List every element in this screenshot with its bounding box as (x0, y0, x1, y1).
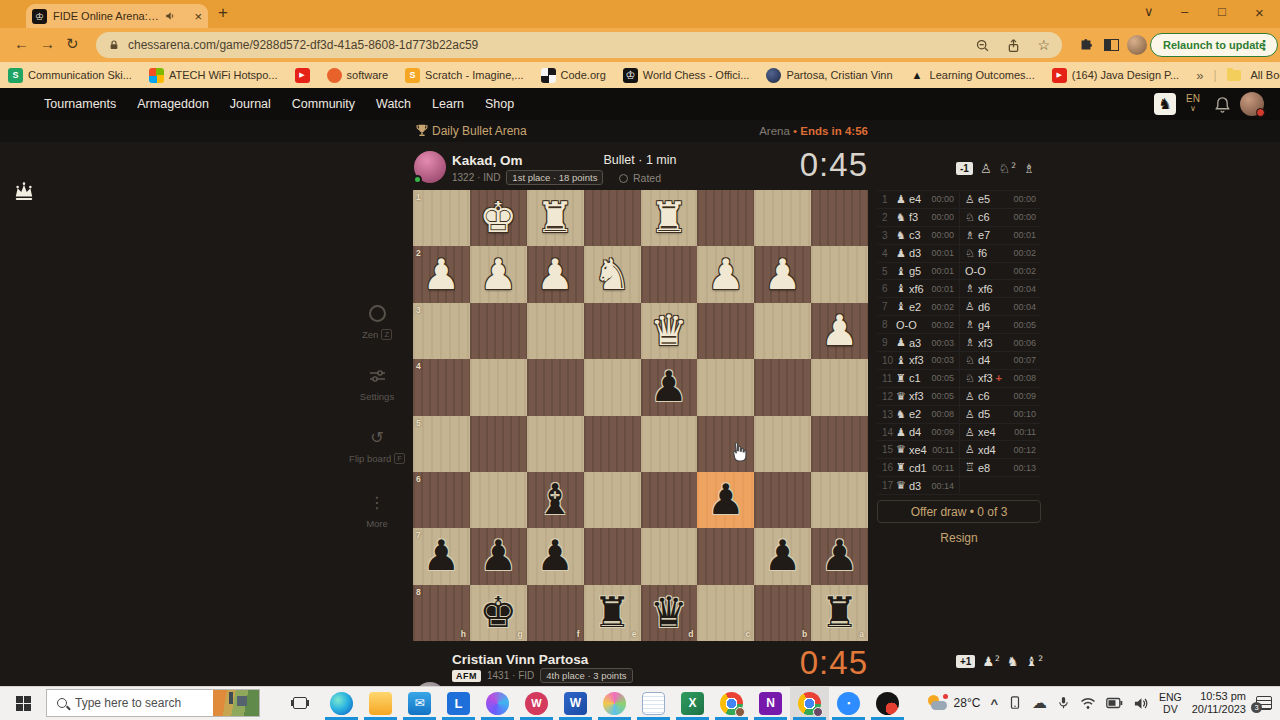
bookmarks-overflow-icon[interactable]: » (1196, 68, 1203, 83)
captured-piece-icon: ♘2 (999, 161, 1016, 176)
material-score-bottom: +1 (956, 655, 975, 668)
square-b3[interactable] (754, 303, 811, 359)
bookmark-2[interactable]: ATECH WiFi Hotspo... (149, 68, 278, 83)
square-d3[interactable]: ♛ (641, 303, 698, 359)
trophy-icon (415, 123, 429, 138)
move-number: 1 (882, 194, 893, 205)
move-black-16[interactable]: ♖e800:13 (959, 459, 1041, 476)
move-white-7[interactable]: 7♝e200:02 (877, 298, 959, 315)
square-d2[interactable] (641, 246, 698, 302)
move-white-9[interactable]: 9♟a300:03 (877, 334, 959, 351)
move-text: d5 (978, 408, 990, 420)
nav-item-journal[interactable]: Journal (230, 97, 271, 111)
piece-figurine-icon: ♟ (896, 247, 906, 260)
battery-icon[interactable] (1106, 697, 1123, 709)
resign-button[interactable]: Resign (877, 531, 1041, 545)
piece-bB-f6: ♝ (536, 479, 574, 521)
url-text: chessarena.com/game/9288d572-df3d-41a5-8… (128, 38, 478, 52)
tab-title: FIDE Online Arena: Kakad, O (53, 10, 159, 22)
taskbar-clock[interactable]: 10:53 pm20/11/2023 (1192, 690, 1246, 716)
square-e6[interactable] (584, 472, 641, 528)
square-a2[interactable] (811, 246, 868, 302)
move-text: xf3 (978, 372, 993, 384)
file-label: d (688, 629, 693, 639)
square-f5[interactable] (527, 416, 584, 472)
move-number: 4 (882, 248, 893, 259)
move-black-12[interactable]: ♙c600:09 (959, 388, 1041, 405)
square-d1[interactable]: ♜ (641, 190, 698, 246)
square-g5[interactable] (470, 416, 527, 472)
move-number: 10 (882, 355, 893, 366)
move-white-3[interactable]: 3♞c300:00 (877, 227, 959, 244)
captured-piece-icon: ♟2 (982, 654, 999, 669)
nav-item-watch[interactable]: Watch (376, 97, 411, 111)
mountain-icon: ▲ (910, 68, 925, 83)
piece-figurine-icon: ♟ (896, 336, 906, 349)
taskbar-app-excel[interactable]: X (673, 686, 712, 720)
site-logo-crown-icon[interactable] (13, 182, 35, 202)
offer-draw-button[interactable]: Offer draw • 0 of 3 (877, 500, 1041, 523)
share-icon[interactable] (1006, 38, 1021, 53)
taskbar-app-onenote[interactable]: N (751, 686, 790, 720)
maximize-button[interactable]: □ (1218, 4, 1226, 19)
reload-icon[interactable]: ↻ (66, 35, 79, 53)
rated-label: Rated (633, 172, 661, 184)
move-text: d4 (978, 354, 990, 366)
nav-item-tournaments[interactable]: Tournaments (44, 97, 116, 111)
square-e2[interactable]: ♞ (584, 246, 641, 302)
taskbar-app-app-l[interactable]: L (439, 686, 478, 720)
weather-icon (926, 694, 948, 712)
move-white-1[interactable]: 1♟e400:00 (877, 191, 959, 208)
move-white-16[interactable]: 16♜cd100:11 (877, 459, 959, 476)
zoom-out-icon[interactable] (975, 38, 990, 53)
move-row-17: 17♛d300:14 (877, 477, 1041, 495)
square-f7[interactable]: ♟ (527, 528, 584, 584)
game-info: Bullet · 1 min Rated (540, 153, 740, 184)
move-white-4[interactable]: 4♟d300:01 (877, 245, 959, 262)
piece-bR-a8: ♜ (821, 592, 859, 634)
square-f4[interactable] (527, 359, 584, 415)
square-a6[interactable] (811, 472, 868, 528)
square-f8[interactable]: f (527, 585, 584, 641)
top-player-name[interactable]: Kakad, Om (452, 153, 523, 168)
browser-tab[interactable]: ♔ FIDE Online Arena: Kakad, O × (26, 4, 208, 28)
move-time: 00:00 (1013, 212, 1036, 222)
world-chess-icon: ♔ (623, 68, 638, 83)
move-black-13[interactable]: ♙d500:10 (959, 406, 1041, 423)
taskbar-app-paint[interactable] (595, 686, 634, 720)
move-number: 5 (882, 266, 893, 277)
piece-figurine-icon: ♗ (965, 336, 975, 349)
move-text: d6 (978, 301, 990, 313)
move-time: 00:00 (931, 194, 954, 204)
site-nav: TournamentsArmageddonJournalCommunityWat… (0, 88, 1280, 120)
onenote-icon: N (759, 692, 782, 715)
move-white-17[interactable]: 17♛d300:14 (877, 477, 959, 494)
sidebar-zen[interactable]: ZenZ (332, 305, 422, 340)
move-time: 00:08 (931, 409, 954, 419)
extensions-puzzle-icon[interactable] (1078, 37, 1094, 53)
bookmark-10[interactable]: ▶(164) Java Design P... (1052, 68, 1179, 83)
square-b7[interactable]: ♟ (754, 528, 811, 584)
forward-icon[interactable]: → (40, 35, 55, 52)
bookmark-label: Communication Ski... (28, 69, 132, 81)
piece-figurine-icon: ♟ (896, 426, 906, 439)
move-row-8: 8O-O00:02♗g400:05 (877, 316, 1041, 334)
piece-figurine-icon: ♙ (965, 408, 975, 421)
back-icon[interactable]: ← (14, 35, 29, 52)
app-glyph: L (455, 697, 463, 710)
square-e3[interactable] (584, 303, 641, 359)
youtube-icon: ▶ (1052, 68, 1067, 83)
notifications-bell-icon[interactable] (1214, 96, 1231, 114)
move-row-2: 2♞f300:00♘c600:00 (877, 209, 1041, 227)
search-daily-image (213, 690, 259, 716)
square-g8[interactable]: g♚ (470, 585, 527, 641)
word-icon: W (564, 692, 587, 715)
rank-label: 6 (416, 474, 421, 484)
taskbar-app-chrome-profile1[interactable] (712, 686, 751, 720)
square-b4[interactable] (754, 359, 811, 415)
nav-item-community[interactable]: Community (292, 97, 355, 111)
square-c2[interactable]: ♟ (697, 246, 754, 302)
square-g6[interactable] (470, 472, 527, 528)
language-indicator[interactable]: ENGDV (1159, 691, 1182, 715)
taskbar-app-dark-app[interactable] (868, 686, 907, 720)
square-a8[interactable]: a♜ (811, 585, 868, 641)
bookmark-3[interactable]: ▶ (295, 68, 310, 83)
reading-mode-icon[interactable] (1104, 39, 1119, 51)
taskbar-app-word[interactable]: W (556, 686, 595, 720)
move-time: 00:01 (931, 248, 954, 258)
move-text: f3 (909, 211, 918, 223)
onedrive-cloud-icon[interactable]: ☁ (1032, 694, 1047, 712)
move-white-15[interactable]: 15♛xe400:11 (877, 441, 959, 458)
sheets-icon: S (8, 68, 23, 83)
move-black-5[interactable]: O-O00:02 (959, 263, 1041, 280)
move-number: 15 (882, 444, 893, 455)
square-b6[interactable] (754, 472, 811, 528)
move-number: 14 (882, 427, 893, 438)
square-g2[interactable]: ♟ (470, 246, 527, 302)
more-label: More (366, 518, 388, 529)
square-d7[interactable] (641, 528, 698, 584)
tab-strip: ♔ FIDE Online Arena: Kakad, O × + ∨ – □ … (0, 0, 1280, 28)
move-time: 00:06 (1013, 338, 1036, 348)
square-h7[interactable]: 7♟ (413, 528, 470, 584)
taskbar-app-notebook[interactable] (634, 686, 673, 720)
captured-piece-icon: ♝2 (1026, 654, 1043, 669)
bottom-player-title-badge: AFM (452, 670, 481, 682)
nav-item-shop[interactable]: Shop (485, 97, 514, 111)
minimize-button[interactable]: – (1181, 4, 1188, 19)
move-time: 00:01 (931, 284, 954, 294)
rank-label: 7 (416, 530, 421, 540)
piece-figurine-icon: ♘ (965, 372, 975, 385)
tab-audio-icon[interactable] (165, 11, 175, 21)
move-black-4[interactable]: ♘f600:02 (959, 245, 1041, 262)
language-selector[interactable]: EN∨ (1186, 94, 1200, 113)
user-avatar[interactable] (1240, 92, 1264, 116)
move-row-14: 14♟d400:09♙xe400:11 (877, 424, 1041, 442)
move-black-10[interactable]: ♘d400:07 (959, 352, 1041, 369)
task-view-button[interactable] (282, 686, 318, 720)
move-text: a3 (909, 337, 921, 349)
new-tab-button[interactable]: + (218, 3, 228, 23)
microsoft-icon (149, 68, 164, 83)
bottom-player-clock: 0:45 (800, 644, 868, 682)
square-e4[interactable] (584, 359, 641, 415)
move-time: 00:12 (1013, 445, 1036, 455)
piece-wR-f1: ♜ (536, 197, 574, 239)
close-button[interactable]: × (1255, 4, 1264, 21)
move-time: 00:05 (931, 373, 954, 383)
dark-app-icon (876, 692, 899, 715)
taskbar-app-zoom[interactable]: ▪ (829, 686, 868, 720)
move-text: xf3 (909, 390, 924, 402)
microphone-icon[interactable] (1057, 695, 1070, 711)
tournament-banner (0, 120, 1280, 142)
move-time: 00:05 (931, 391, 954, 401)
square-b1[interactable] (754, 190, 811, 246)
move-text: c1 (909, 372, 921, 384)
start-button[interactable] (0, 686, 46, 720)
piece-figurine-icon: ♛ (896, 443, 906, 456)
square-c1[interactable] (697, 190, 754, 246)
piece-bQ-d8: ♛ (650, 592, 688, 634)
move-time: 00:02 (1013, 266, 1036, 276)
address-bar[interactable]: chessarena.com/game/9288d572-df3d-41a5-8… (96, 32, 1062, 58)
square-a4[interactable] (811, 359, 868, 415)
square-h8[interactable]: 8h (413, 585, 470, 641)
material-bottom: +1♟2♞♝2 (956, 654, 1043, 669)
piece-figurine-icon: ♙ (965, 300, 975, 313)
move-white-5[interactable]: 5♝g500:01 (877, 263, 959, 280)
square-b2[interactable]: ♟ (754, 246, 811, 302)
square-e1[interactable] (584, 190, 641, 246)
file-label: h (461, 629, 466, 639)
bookmark-label: (164) Java Design P... (1072, 69, 1179, 81)
taskbar-apps: ✉LWWXN▪ (322, 686, 907, 720)
square-b8[interactable]: b (754, 585, 811, 641)
tab-close-icon[interactable]: × (194, 9, 202, 24)
piece-figurine-icon: ♙ (965, 443, 975, 456)
move-time: 00:00 (931, 230, 954, 240)
piece-figurine-icon: ♞ (896, 229, 906, 242)
move-row-9: 9♟a300:03♗xf300:06 (877, 334, 1041, 352)
flip-board-icon: ↺ (370, 430, 383, 446)
sidebar-flip-board[interactable]: ↺ Flip boardF (332, 430, 422, 464)
all-bookmarks-label[interactable]: All Bookmarks (1251, 69, 1280, 81)
nav-item-learn[interactable]: Learn (432, 97, 464, 111)
move-time: 00:01 (931, 266, 954, 276)
move-text: f6 (978, 247, 987, 259)
move-black-15[interactable]: ♙xd400:12 (959, 441, 1041, 458)
taskbar-app-chrome-profile2[interactable] (790, 686, 829, 720)
square-h2[interactable]: 2♟ (413, 246, 470, 302)
move-black-9[interactable]: ♗xf300:06 (959, 334, 1041, 351)
move-text: xf3 (978, 337, 993, 349)
square-c4[interactable] (697, 359, 754, 415)
square-c8[interactable]: c (697, 585, 754, 641)
sidebar-settings[interactable]: Settings (332, 368, 422, 402)
bookmark-8[interactable]: Partosa, Cristian Vinn (766, 68, 892, 83)
move-black-2[interactable]: ♘c600:00 (959, 209, 1041, 226)
move-black-14[interactable]: ♙xe400:11 (959, 424, 1041, 441)
piece-wN-e2: ♞ (593, 254, 631, 296)
bookmark-star-icon[interactable]: ☆ (1037, 37, 1050, 53)
material-top: -1♙♘2♗ (956, 161, 1035, 176)
taskbar-app-edge[interactable] (322, 686, 361, 720)
excel-icon: X (681, 692, 704, 715)
move-time: 00:13 (1013, 463, 1036, 473)
move-white-6[interactable]: 6♝xf600:01 (877, 280, 959, 297)
bookmark-label: Scratch - Imagine,... (425, 69, 523, 81)
square-a5[interactable] (811, 416, 868, 472)
move-time: 00:03 (931, 338, 954, 348)
nav-item-armageddon[interactable]: Armageddon (137, 97, 209, 111)
app-glyph: N (766, 697, 775, 709)
move-white-10[interactable]: 10♝xf300:03 (877, 352, 959, 369)
taskbar-app-file-explorer[interactable] (361, 686, 400, 720)
bookmark-5[interactable]: SScratch - Imagine,... (405, 68, 523, 83)
phone-link-icon[interactable] (1008, 695, 1022, 711)
chess-board[interactable]: 1♚♜♜2♟♟♟♞♟♟3♛♟4♟56♝♟7♟♟♟♟♟8hg♚fe♜d♛cba♜ (413, 190, 868, 641)
taskbar-app-copilot[interactable] (478, 686, 517, 720)
tray-expand-icon[interactable]: ^ (990, 696, 998, 711)
move-number: 2 (882, 212, 893, 223)
action-center-icon[interactable]: 3 (1256, 696, 1272, 710)
rank-label: 8 (416, 587, 421, 597)
app-glyph: W (570, 697, 581, 709)
captured-piece-icon: ♗ (1023, 161, 1035, 176)
bookmark-6[interactable]: Code.org (541, 68, 606, 83)
square-f3[interactable] (527, 303, 584, 359)
square-d4[interactable]: ♟ (641, 359, 698, 415)
browser-profile-avatar[interactable] (1127, 35, 1147, 55)
top-player-clock: 0:45 (800, 146, 868, 184)
square-d8[interactable]: d♛ (641, 585, 698, 641)
move-text: d3 (909, 247, 921, 259)
piece-bP-c6: ♟ (707, 479, 745, 521)
windows-logo-icon (16, 696, 31, 711)
bookmark-9[interactable]: ▲Learning Outcomes... (910, 68, 1035, 83)
piece-bP-h7: ♟ (423, 535, 461, 577)
move-white-11[interactable]: 11♜c100:05 (877, 370, 959, 387)
material-score-top: -1 (956, 162, 973, 175)
square-a3[interactable]: ♟ (811, 303, 868, 359)
volume-icon[interactable] (1133, 696, 1149, 711)
move-white-13[interactable]: 13♞e200:08 (877, 406, 959, 423)
board-theme-knight-icon[interactable]: ♞ (1154, 93, 1176, 115)
sidebar-more[interactable]: ⋮ More (332, 495, 422, 529)
move-black-11[interactable]: ♘xf3+00:08 (959, 370, 1041, 387)
bookmarks-list: SCommunication Ski...ATECH WiFi Hotspo..… (8, 68, 1196, 83)
square-h1[interactable]: 1 (413, 190, 470, 246)
square-f1[interactable]: ♜ (527, 190, 584, 246)
move-number: 16 (882, 462, 893, 473)
square-c3[interactable] (697, 303, 754, 359)
move-white-2[interactable]: 2♞f300:00 (877, 209, 959, 226)
app-glyph: ▪ (847, 699, 850, 708)
square-d5[interactable] (641, 416, 698, 472)
square-g1[interactable]: ♚ (470, 190, 527, 246)
bottom-player-name[interactable]: Cristian Vinn Partosa (452, 652, 588, 667)
move-black-7[interactable]: ♙d600:04 (959, 298, 1041, 315)
move-black-8[interactable]: ♗g400:05 (959, 316, 1041, 333)
search-icon (57, 698, 67, 708)
wifi-icon[interactable] (1080, 696, 1096, 710)
square-g7[interactable]: ♟ (470, 528, 527, 584)
move-row-4: 4♟d300:01♘f600:02 (877, 245, 1041, 263)
lang-line2: DV (1163, 703, 1178, 715)
move-white-12[interactable]: 12♛xf300:05 (877, 388, 959, 405)
move-row-6: 6♝xf600:01♗xf600:04 (877, 280, 1041, 298)
square-a1[interactable] (811, 190, 868, 246)
move-black-6[interactable]: ♗xf600:04 (959, 280, 1041, 297)
square-d6[interactable] (641, 472, 698, 528)
piece-figurine-icon: ♝ (896, 282, 906, 295)
square-e7[interactable] (584, 528, 641, 584)
taskbar-app-wps[interactable]: W (517, 686, 556, 720)
taskbar-app-mail[interactable]: ✉ (400, 686, 439, 720)
piece-wP-b2: ♟ (764, 254, 802, 296)
weather-widget[interactable]: 28°C (926, 694, 981, 712)
square-c7[interactable] (697, 528, 754, 584)
move-black-3[interactable]: ♗e700:01 (959, 227, 1041, 244)
browser-menu-icon[interactable]: ⋮ (1257, 37, 1271, 53)
move-text: e2 (909, 301, 921, 313)
square-g4[interactable] (470, 359, 527, 415)
bookmark-glyph: ▲ (912, 69, 923, 81)
tab-search-icon[interactable]: ∨ (1144, 4, 1154, 19)
wps-icon: W (525, 692, 548, 715)
rated-row: Rated (540, 172, 740, 184)
square-e5[interactable] (584, 416, 641, 472)
move-text: e5 (978, 193, 990, 205)
move-text: cd1 (909, 462, 927, 474)
move-row-12: 12♛xf300:05♙c600:09 (877, 388, 1041, 406)
youtube-icon: ▶ (295, 68, 310, 83)
square-e8[interactable]: e♜ (584, 585, 641, 641)
bookmark-glyph: S (12, 70, 18, 80)
piece-bK-g8: ♚ (479, 592, 517, 634)
piece-bP-d4: ♟ (650, 366, 688, 408)
square-f2[interactable]: ♟ (527, 246, 584, 302)
bookmark-4[interactable]: software (327, 68, 389, 83)
piece-wP-f2: ♟ (536, 254, 574, 296)
piece-figurine-icon: ♙ (965, 426, 975, 439)
square-b5[interactable] (754, 416, 811, 472)
square-g3[interactable] (470, 303, 527, 359)
tournament-title[interactable]: Daily Bullet Arena (432, 124, 527, 138)
move-white-8[interactable]: 8O-O00:02 (877, 316, 959, 333)
taskbar-search[interactable]: Type here to search (46, 689, 260, 717)
square-f6[interactable]: ♝ (527, 472, 584, 528)
bookmark-7[interactable]: ♔World Chess - Offici... (623, 68, 750, 83)
square-a7[interactable]: ♟ (811, 528, 868, 584)
move-white-14[interactable]: 14♟d400:09 (877, 424, 959, 441)
square-c6[interactable]: ♟ (697, 472, 754, 528)
move-time: 00:04 (1013, 302, 1036, 312)
move-time: 00:05 (1013, 320, 1036, 330)
move-text: xe4 (978, 426, 996, 438)
move-black-1[interactable]: ♙e500:00 (959, 191, 1041, 208)
bookmark-1[interactable]: SCommunication Ski... (8, 68, 132, 83)
move-time: 00:07 (1013, 355, 1036, 365)
top-player-avatar[interactable] (414, 151, 446, 183)
